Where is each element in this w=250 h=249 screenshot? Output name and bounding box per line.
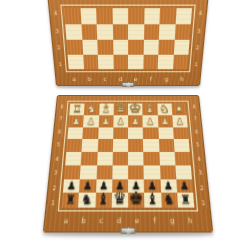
dark-square [112,24,128,40]
light-square: ♟ [83,115,98,127]
piece-black-pawn: ♟ [164,181,174,192]
file-label: d [110,214,128,226]
file-label: a [66,74,82,83]
light-square [82,40,98,55]
dark-square [128,165,144,179]
light-square: ♞ [157,104,172,116]
dark-square [81,152,97,165]
dark-square [128,40,143,55]
light-square [158,127,174,139]
rank-label: 4 [195,5,205,23]
file-label: b [82,74,98,83]
dark-square [66,139,82,152]
dark-square [64,165,81,179]
latch-clasp-icon [120,227,136,234]
light-square: ♛ [111,193,128,208]
light-square [173,40,189,55]
dark-square [159,8,176,24]
light-square [112,165,128,179]
light-square: ♝ [144,193,161,208]
chess-set-product-photo: 4321 4321 abcdefgh 87654321 87654321 ♜♞♝… [0,0,250,249]
rank-label: 2 [197,181,208,196]
folded-chessboard-closed: 4321 4321 abcdefgh [47,0,208,86]
rank-label: 8 [190,101,199,113]
folded-playing-area [60,5,195,73]
light-square [97,24,113,40]
rank-label: 6 [192,125,202,138]
light-square [82,139,98,152]
light-square [175,8,192,24]
piece-black-knight: ♞ [81,193,93,207]
dark-square [113,55,128,69]
dark-square [143,127,158,139]
piece-white-bishop: ♝ [100,102,111,114]
file-label: g [163,214,181,226]
piece-white-pawn: ♟ [175,117,184,126]
light-square [128,55,143,69]
light-square: ♟ [63,179,80,193]
light-square [143,40,159,55]
piece-black-king: ♚ [129,189,144,206]
light-square [68,55,84,69]
open-chessboard-with-pieces: 87654321 87654321 ♜♞♝♛♚♝♞♜♟♟♟♟♟♟♟♟♟♟♟♟♟♟… [43,95,213,233]
piece-white-bishop: ♝ [144,102,155,114]
piece-black-rook: ♜ [180,194,191,206]
dark-square: ♚ [128,193,145,208]
dark-square [97,139,113,152]
rank-label: 1 [191,56,201,72]
dark-square [158,40,174,55]
piece-white-knight: ♞ [86,103,97,114]
rank-label: 3 [50,166,60,181]
latch-clasp-icon [121,82,134,87]
piece-black-pawn: ♟ [83,181,93,192]
rank-label: 2 [54,40,64,57]
piece-white-pawn: ♟ [131,117,139,126]
folded-board-grid [64,8,192,69]
dark-square [96,8,112,24]
dark-square [172,55,188,69]
light-square: ♜ [69,104,84,116]
piece-black-knight: ♞ [163,193,175,207]
dark-square: ♜ [171,104,186,116]
file-label: h [174,74,190,83]
light-square [113,139,128,152]
light-square: ♟ [143,115,158,127]
rank-label: 8 [57,101,66,113]
dark-square [66,40,82,55]
rank-label: 4 [194,152,204,166]
light-square: ♝ [99,104,114,116]
file-label: a [57,214,76,226]
rank-label: 6 [55,125,65,138]
piece-white-pawn: ♟ [72,117,81,126]
rank-label: 1 [198,196,209,212]
light-square [98,127,113,139]
piece-white-rook: ♜ [72,104,82,114]
dark-square [143,24,159,40]
dark-square [173,127,189,139]
light-square [144,165,160,179]
light-square [128,24,144,40]
light-square: ♟ [113,115,128,127]
piece-white-knight: ♞ [159,103,170,114]
dark-square [81,24,97,40]
file-label: c [92,214,110,226]
light-square [143,139,159,152]
light-square: ♟ [172,115,188,127]
light-square [67,127,83,139]
dark-square: ♟ [68,115,84,127]
light-square [174,139,190,152]
light-square [113,40,128,55]
light-square [97,152,113,165]
light-square [159,152,175,165]
dark-square [112,152,128,165]
dark-square: ♛ [113,104,128,116]
dark-square [143,55,158,69]
light-square [128,152,144,165]
file-label: g [159,74,175,83]
dark-square [97,40,113,55]
piece-black-pawn: ♟ [180,181,190,192]
rank-label: 1 [47,196,58,212]
dark-square [174,24,191,40]
rank-label: 3 [52,23,62,40]
piece-black-rook: ♜ [65,194,76,206]
rank-label: 5 [53,138,63,152]
dark-square [113,127,128,139]
open-playing-area: ♜♞♝♛♚♝♞♜♟♟♟♟♟♟♟♟♟♟♟♟♟♟♟♟♜♞♝♛♚♝♞♜ [58,101,198,212]
file-label: f [146,214,164,226]
rank-label: 2 [192,40,202,57]
light-square: ♚ [128,104,143,116]
rank-label: 2 [49,181,60,196]
dark-square: ♝ [142,104,157,116]
piece-black-bishop: ♝ [97,191,110,206]
dark-square [83,55,99,69]
rank-label: 5 [193,138,203,152]
light-square [175,165,192,179]
light-square [158,55,174,69]
dark-square: ♝ [95,193,112,208]
piece-white-pawn: ♟ [87,117,96,126]
file-label: e [128,214,146,226]
dark-square [96,165,112,179]
open-board-grid: ♜♞♝♛♚♝♞♜♟♟♟♟♟♟♟♟♟♟♟♟♟♟♟♟♜♞♝♛♚♝♞♜ [62,104,195,208]
dark-square: ♟ [98,115,113,127]
piece-white-pawn: ♟ [116,117,124,126]
dark-square: ♟ [157,115,172,127]
dark-square [159,165,176,179]
dark-square [174,152,191,165]
dark-square: ♟ [128,115,143,127]
light-square [128,127,143,139]
piece-white-pawn: ♟ [146,117,155,126]
open-file-labels: abcdefgh [57,214,200,226]
dark-square [128,8,144,24]
piece-white-pawn: ♟ [161,117,170,126]
dark-square: ♜ [62,193,80,208]
rank-label: 7 [56,113,65,126]
rank-label: 4 [50,5,60,23]
piece-white-pawn: ♟ [101,117,110,126]
light-square [80,165,97,179]
dark-square: ♞ [84,104,99,116]
rank-label: 3 [195,166,205,181]
dark-square [64,8,81,24]
rank-label: 3 [194,23,204,40]
light-square [65,24,82,40]
light-square [98,55,113,69]
dark-square: ♞ [161,193,178,208]
piece-black-pawn: ♟ [66,181,76,192]
light-square [112,8,128,24]
light-square [159,24,175,40]
rank-label: 4 [52,152,62,166]
piece-black-queen: ♛ [113,190,127,206]
dark-square [158,139,174,152]
piece-white-queen: ♛ [115,101,127,114]
dark-square [143,152,159,165]
light-square [65,152,82,165]
dark-square [128,139,143,152]
light-square [144,8,160,24]
piece-white-rook: ♜ [174,104,184,114]
rank-label: 7 [191,113,200,126]
file-label: b [74,214,92,226]
light-square: ♞ [78,193,95,208]
piece-white-king: ♚ [129,100,142,114]
dark-square [82,127,98,139]
dark-square: ♟ [176,179,193,193]
file-label: h [181,214,200,226]
rank-label: 1 [55,56,65,72]
light-square [80,8,97,24]
piece-black-bishop: ♝ [146,191,159,206]
file-label: c [97,74,113,83]
light-square: ♜ [177,193,195,208]
file-label: f [143,74,159,83]
